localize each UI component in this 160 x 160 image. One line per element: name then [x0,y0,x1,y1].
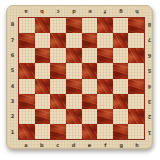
square-h4[interactable] [128,79,144,94]
coord-label-bottom-d: d [66,140,82,150]
square-f3[interactable] [97,94,113,109]
file-labels-bottom: abcdefgh [18,140,145,150]
coord-label-left-7: 7 [7,32,18,47]
coord-label-top-f: f [97,6,113,17]
square-b3[interactable] [35,94,51,109]
square-a3[interactable] [19,94,35,109]
square-c3[interactable] [50,94,66,109]
coord-label-left-2: 2 [7,109,18,124]
coord-label-right-2: 2 [145,109,154,124]
square-a4[interactable] [19,79,35,94]
square-h5[interactable] [128,63,144,78]
coord-label-top-d: d [66,6,82,17]
square-d3[interactable] [66,94,82,109]
coord-label-left-6: 6 [7,48,18,63]
coord-label-top-a: a [18,6,34,17]
square-g1[interactable] [113,124,129,139]
coord-label-right-1: 1 [145,125,154,140]
square-f1[interactable] [97,124,113,139]
square-c6[interactable] [50,48,66,63]
coord-label-bottom-g: g [113,140,129,150]
square-b6[interactable] [35,48,51,63]
rank-labels-right: 87654321 [145,17,154,140]
coord-label-top-h: h [129,6,145,17]
square-b5[interactable] [35,63,51,78]
square-c7[interactable] [50,33,66,48]
square-f7[interactable] [97,33,113,48]
square-a5[interactable] [19,63,35,78]
coord-label-top-c: c [50,6,66,17]
square-d2[interactable] [66,109,82,124]
coord-label-top-g: g [113,6,129,17]
square-h6[interactable] [128,48,144,63]
square-h1[interactable] [128,124,144,139]
rank-labels-left: 87654321 [7,17,18,140]
coord-label-right-6: 6 [145,48,154,63]
square-g6[interactable] [113,48,129,63]
coord-label-bottom-h: h [129,140,145,150]
square-a2[interactable] [19,109,35,124]
square-a6[interactable] [19,48,35,63]
square-b1[interactable] [35,124,51,139]
square-h3[interactable] [128,94,144,109]
square-h2[interactable] [128,109,144,124]
square-b4[interactable] [35,79,51,94]
square-a8[interactable] [19,18,35,33]
coord-label-right-8: 8 [145,17,154,32]
square-d4[interactable] [66,79,82,94]
coord-label-bottom-a: a [18,140,34,150]
square-g4[interactable] [113,79,129,94]
square-c5[interactable] [50,63,66,78]
square-a1[interactable] [19,124,35,139]
square-e6[interactable] [82,48,98,63]
file-labels-top: abcdefgh [18,6,145,17]
square-e4[interactable] [82,79,98,94]
square-f2[interactable] [97,109,113,124]
square-c1[interactable] [50,124,66,139]
coord-label-right-4: 4 [145,79,154,94]
square-g5[interactable] [113,63,129,78]
square-e8[interactable] [82,18,98,33]
square-f8[interactable] [97,18,113,33]
chess-board: abcdefgh abcdefgh 87654321 87654321 [6,5,153,149]
coord-label-bottom-c: c [50,140,66,150]
coord-label-left-3: 3 [7,94,18,109]
coord-label-top-e: e [82,6,98,17]
coord-label-bottom-f: f [97,140,113,150]
square-c4[interactable] [50,79,66,94]
coord-label-right-3: 3 [145,94,154,109]
square-g7[interactable] [113,33,129,48]
coord-label-left-1: 1 [7,125,18,140]
square-d5[interactable] [66,63,82,78]
square-c2[interactable] [50,109,66,124]
square-d8[interactable] [66,18,82,33]
square-e3[interactable] [82,94,98,109]
square-d6[interactable] [66,48,82,63]
board-grid [18,17,145,140]
coord-label-right-7: 7 [145,32,154,47]
coord-label-bottom-b: b [34,140,50,150]
square-a7[interactable] [19,33,35,48]
square-b7[interactable] [35,33,51,48]
coord-label-right-5: 5 [145,63,154,78]
square-g3[interactable] [113,94,129,109]
square-d1[interactable] [66,124,82,139]
square-h7[interactable] [128,33,144,48]
coord-label-top-b: b [34,6,50,17]
square-b8[interactable] [35,18,51,33]
coord-label-left-5: 5 [7,63,18,78]
coord-label-left-4: 4 [7,79,18,94]
square-e2[interactable] [82,109,98,124]
coord-label-bottom-e: e [82,140,98,150]
square-e5[interactable] [82,63,98,78]
square-h8[interactable] [128,18,144,33]
coord-label-left-8: 8 [7,17,18,32]
square-g8[interactable] [113,18,129,33]
square-e1[interactable] [82,124,98,139]
square-d7[interactable] [66,33,82,48]
square-g2[interactable] [113,109,129,124]
square-f6[interactable] [97,48,113,63]
square-b2[interactable] [35,109,51,124]
square-e7[interactable] [82,33,98,48]
square-f4[interactable] [97,79,113,94]
square-f5[interactable] [97,63,113,78]
square-c8[interactable] [50,18,66,33]
